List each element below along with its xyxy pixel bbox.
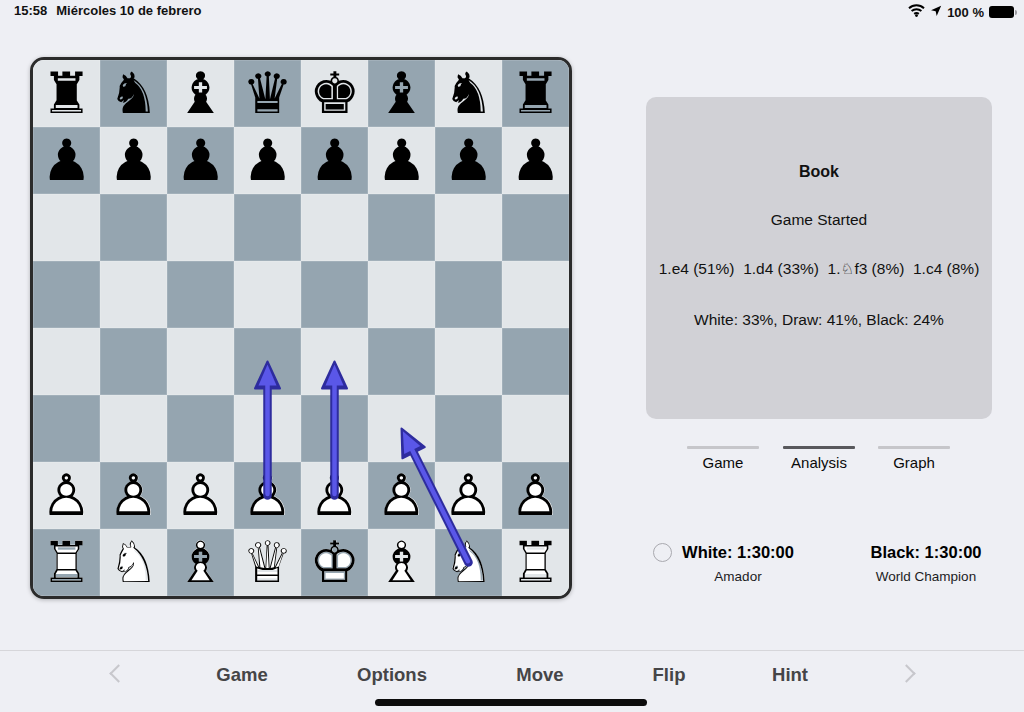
- square-d6[interactable]: [234, 194, 301, 261]
- chess-board[interactable]: ♜♞♝♛♚♝♞♜♟♟♟♟♟♟♟♟♟♙♟♙♟♙♟♙♟♙♟♙♟♙♟♙♜♖♞♘♝♗♛♕…: [33, 60, 569, 596]
- white-pawn: ♟♙: [100, 462, 167, 529]
- square-c6[interactable]: [167, 194, 234, 261]
- black-knight: ♞: [435, 60, 502, 127]
- wifi-icon: [908, 3, 925, 21]
- square-f3[interactable]: [368, 395, 435, 462]
- black-queen: ♛: [234, 60, 301, 127]
- square-g1[interactable]: ♞♘: [435, 529, 502, 596]
- black-pawn: ♟: [368, 127, 435, 194]
- book-moves: 1.e4 (51%) 1.d4 (33%) 1.♘f3 (8%) 1.c4 (8…: [646, 260, 992, 278]
- black-clock: Black: 1:30:00: [838, 543, 1014, 562]
- toolbar-flip-button[interactable]: Flip: [653, 664, 686, 686]
- square-e2[interactable]: ♟♙: [301, 462, 368, 529]
- square-g8[interactable]: ♞: [435, 60, 502, 127]
- square-c3[interactable]: [167, 395, 234, 462]
- black-pawn: ♟: [234, 127, 301, 194]
- square-b1[interactable]: ♞♘: [100, 529, 167, 596]
- square-e7[interactable]: ♟: [301, 127, 368, 194]
- clock-time-status: 15:58: [14, 3, 47, 18]
- square-d3[interactable]: [234, 395, 301, 462]
- square-e4[interactable]: [301, 328, 368, 395]
- white-bishop: ♝♗: [167, 529, 234, 596]
- chess-board-frame: ♜♞♝♛♚♝♞♜♟♟♟♟♟♟♟♟♟♙♟♙♟♙♟♙♟♙♟♙♟♙♟♙♜♖♞♘♝♗♛♕…: [30, 57, 572, 599]
- white-knight: ♞♘: [435, 529, 502, 596]
- square-b3[interactable]: [100, 395, 167, 462]
- white-queen: ♛♕: [234, 529, 301, 596]
- square-f1[interactable]: ♝♗: [368, 529, 435, 596]
- square-e5[interactable]: [301, 261, 368, 328]
- black-king: ♚: [301, 60, 368, 127]
- square-f6[interactable]: [368, 194, 435, 261]
- black-pawn: ♟: [167, 127, 234, 194]
- toolbar-options-button[interactable]: Options: [357, 664, 427, 686]
- square-h2[interactable]: ♟♙: [502, 462, 569, 529]
- toolbar-separator: [0, 650, 1024, 651]
- square-b2[interactable]: ♟♙: [100, 462, 167, 529]
- chevron-left-icon[interactable]: [109, 664, 127, 682]
- toolbar-game-button[interactable]: Game: [216, 664, 267, 686]
- black-pawn: ♟: [502, 127, 569, 194]
- black-pawn: ♟: [301, 127, 368, 194]
- book-results: White: 33%, Draw: 41%, Black: 24%: [646, 311, 992, 329]
- square-b5[interactable]: [100, 261, 167, 328]
- square-e8[interactable]: ♚: [301, 60, 368, 127]
- game-status: Game Started: [646, 211, 992, 229]
- square-b6[interactable]: [100, 194, 167, 261]
- black-clock-block: Black: 1:30:00 World Champion: [838, 543, 1014, 584]
- white-clock: White: 1:30:00: [650, 543, 826, 562]
- white-king: ♚♔: [301, 529, 368, 596]
- tab-game-indicator: [687, 446, 759, 449]
- square-a3[interactable]: [33, 395, 100, 462]
- black-bishop: ♝: [368, 60, 435, 127]
- black-knight: ♞: [100, 60, 167, 127]
- square-a5[interactable]: [33, 261, 100, 328]
- status-date: Miércoles 10 de febrero: [56, 3, 201, 18]
- square-g2[interactable]: ♟♙: [435, 462, 502, 529]
- tab-analysis-indicator: [783, 446, 855, 449]
- black-pawn: ♟: [435, 127, 502, 194]
- battery-percent: 100 %: [947, 5, 984, 20]
- white-pawn: ♟♙: [435, 462, 502, 529]
- square-f7[interactable]: ♟: [368, 127, 435, 194]
- panel-title: Book: [646, 163, 992, 181]
- square-f2[interactable]: ♟♙: [368, 462, 435, 529]
- square-d7[interactable]: ♟: [234, 127, 301, 194]
- white-bishop: ♝♗: [368, 529, 435, 596]
- square-f4[interactable]: [368, 328, 435, 395]
- square-d5[interactable]: [234, 261, 301, 328]
- black-player-name: World Champion: [838, 569, 1014, 584]
- square-h6[interactable]: [502, 194, 569, 261]
- square-a2[interactable]: ♟♙: [33, 462, 100, 529]
- black-pawn: ♟: [100, 127, 167, 194]
- square-c5[interactable]: [167, 261, 234, 328]
- square-b7[interactable]: ♟: [100, 127, 167, 194]
- square-h3[interactable]: [502, 395, 569, 462]
- tab-graph-label: Graph: [864, 454, 964, 471]
- square-c2[interactable]: ♟♙: [167, 462, 234, 529]
- black-bishop: ♝: [167, 60, 234, 127]
- square-c8[interactable]: ♝: [167, 60, 234, 127]
- square-d1[interactable]: ♛♕: [234, 529, 301, 596]
- square-a7[interactable]: ♟: [33, 127, 100, 194]
- tab-graph-indicator: [878, 446, 950, 449]
- square-d4[interactable]: [234, 328, 301, 395]
- square-a4[interactable]: [33, 328, 100, 395]
- analysis-panel: Book Game Started 1.e4 (51%) 1.d4 (33%) …: [646, 97, 992, 419]
- toolbar-hint-button[interactable]: Hint: [772, 664, 808, 686]
- square-c7[interactable]: ♟: [167, 127, 234, 194]
- square-c1[interactable]: ♝♗: [167, 529, 234, 596]
- tab-graph[interactable]: Graph: [864, 446, 964, 471]
- square-a8[interactable]: ♜: [33, 60, 100, 127]
- square-a1[interactable]: ♜♖: [33, 529, 100, 596]
- square-g3[interactable]: [435, 395, 502, 462]
- square-b8[interactable]: ♞: [100, 60, 167, 127]
- tab-analysis[interactable]: Analysis: [769, 446, 869, 471]
- white-rook: ♜♖: [502, 529, 569, 596]
- square-d2[interactable]: ♟♙: [234, 462, 301, 529]
- black-rook: ♜: [33, 60, 100, 127]
- square-h5[interactable]: [502, 261, 569, 328]
- square-h1[interactable]: ♜♖: [502, 529, 569, 596]
- status-bar: 15:58Miércoles 10 de febrero 100 %: [0, 0, 1024, 22]
- white-pawn: ♟♙: [368, 462, 435, 529]
- white-rook: ♜♖: [33, 529, 100, 596]
- square-d8[interactable]: ♛: [234, 60, 301, 127]
- square-e6[interactable]: [301, 194, 368, 261]
- square-e1[interactable]: ♚♔: [301, 529, 368, 596]
- square-b4[interactable]: [100, 328, 167, 395]
- square-g6[interactable]: [435, 194, 502, 261]
- square-a6[interactable]: [33, 194, 100, 261]
- white-pawn: ♟♙: [234, 462, 301, 529]
- square-h7[interactable]: ♟: [502, 127, 569, 194]
- black-rook: ♜: [502, 60, 569, 127]
- square-e3[interactable]: [301, 395, 368, 462]
- location-icon: [930, 3, 942, 21]
- white-pawn: ♟♙: [33, 462, 100, 529]
- white-clock-block: White: 1:30:00 Amador: [650, 543, 826, 584]
- tab-analysis-label: Analysis: [769, 454, 869, 471]
- square-f5[interactable]: [368, 261, 435, 328]
- square-g4[interactable]: [435, 328, 502, 395]
- black-pawn: ♟: [33, 127, 100, 194]
- white-knight: ♞♘: [100, 529, 167, 596]
- tab-game[interactable]: Game: [673, 446, 773, 471]
- battery-icon: [989, 6, 1014, 18]
- toolbar-move-button[interactable]: Move: [516, 664, 563, 686]
- white-pawn: ♟♙: [167, 462, 234, 529]
- square-g5[interactable]: [435, 261, 502, 328]
- white-pawn: ♟♙: [502, 462, 569, 529]
- square-h4[interactable]: [502, 328, 569, 395]
- chevron-right-icon[interactable]: [897, 664, 915, 682]
- square-c4[interactable]: [167, 328, 234, 395]
- home-indicator[interactable]: [375, 699, 647, 706]
- square-h8[interactable]: ♜: [502, 60, 569, 127]
- tab-game-label: Game: [673, 454, 773, 471]
- square-g7[interactable]: ♟: [435, 127, 502, 194]
- white-pawn: ♟♙: [301, 462, 368, 529]
- square-f8[interactable]: ♝: [368, 60, 435, 127]
- white-player-name: Amador: [650, 569, 826, 584]
